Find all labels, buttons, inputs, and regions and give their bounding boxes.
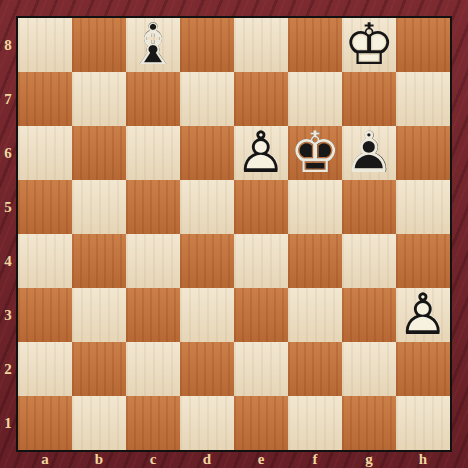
file-label-g: g: [342, 450, 396, 468]
square-f8[interactable]: [288, 18, 342, 72]
square-d5[interactable]: [180, 180, 234, 234]
square-b6[interactable]: [72, 126, 126, 180]
square-g2[interactable]: [342, 342, 396, 396]
square-h2[interactable]: [396, 342, 450, 396]
file-label-c: c: [126, 450, 180, 468]
square-c3[interactable]: [126, 288, 180, 342]
square-a7[interactable]: [18, 72, 72, 126]
square-c4[interactable]: [126, 234, 180, 288]
square-g8[interactable]: ♚♔: [342, 18, 396, 72]
square-h4[interactable]: [396, 234, 450, 288]
square-a6[interactable]: [18, 126, 72, 180]
square-f7[interactable]: [288, 72, 342, 126]
square-a2[interactable]: [18, 342, 72, 396]
rank-label-6: 6: [0, 126, 16, 180]
square-f3[interactable]: [288, 288, 342, 342]
file-label-h: h: [396, 450, 450, 468]
square-e5[interactable]: [234, 180, 288, 234]
chess-board-frame: ♝♗♚♔♟♙♚♔♟♙♟♙ 87654321 abcdefgh: [0, 0, 468, 468]
rank-label-3: 3: [0, 288, 16, 342]
square-a8[interactable]: [18, 18, 72, 72]
square-h7[interactable]: [396, 72, 450, 126]
square-d2[interactable]: [180, 342, 234, 396]
square-a3[interactable]: [18, 288, 72, 342]
white-pawn-h3[interactable]: ♙: [396, 287, 450, 341]
rank-label-8: 8: [0, 18, 16, 72]
square-c5[interactable]: [126, 180, 180, 234]
white-pawn-fill: ♟: [396, 287, 450, 341]
square-h5[interactable]: [396, 180, 450, 234]
square-b3[interactable]: [72, 288, 126, 342]
square-f4[interactable]: [288, 234, 342, 288]
rank-label-7: 7: [0, 72, 16, 126]
square-g6[interactable]: ♟♙: [342, 126, 396, 180]
square-b4[interactable]: [72, 234, 126, 288]
square-d1[interactable]: [180, 396, 234, 450]
square-c8[interactable]: ♝♗: [126, 18, 180, 72]
black-king-f6[interactable]: ♔: [288, 125, 342, 179]
square-b2[interactable]: [72, 342, 126, 396]
file-label-f: f: [288, 450, 342, 468]
file-label-b: b: [72, 450, 126, 468]
square-c6[interactable]: [126, 126, 180, 180]
square-d3[interactable]: [180, 288, 234, 342]
square-e3[interactable]: [234, 288, 288, 342]
square-c1[interactable]: [126, 396, 180, 450]
black-pawn-fill: ♟: [342, 125, 396, 179]
file-label-e: e: [234, 450, 288, 468]
square-g5[interactable]: [342, 180, 396, 234]
square-b1[interactable]: [72, 396, 126, 450]
rank-label-4: 4: [0, 234, 16, 288]
square-b8[interactable]: [72, 18, 126, 72]
black-pawn-g6[interactable]: ♙: [342, 125, 396, 179]
square-g1[interactable]: [342, 396, 396, 450]
file-label-a: a: [18, 450, 72, 468]
square-g3[interactable]: [342, 288, 396, 342]
square-h1[interactable]: [396, 396, 450, 450]
square-a1[interactable]: [18, 396, 72, 450]
square-d6[interactable]: [180, 126, 234, 180]
square-f5[interactable]: [288, 180, 342, 234]
square-h8[interactable]: [396, 18, 450, 72]
square-d7[interactable]: [180, 72, 234, 126]
white-pawn-e6[interactable]: ♙: [234, 125, 288, 179]
square-h3[interactable]: ♟♙: [396, 288, 450, 342]
square-h6[interactable]: [396, 126, 450, 180]
square-e4[interactable]: [234, 234, 288, 288]
square-e6[interactable]: ♟♙: [234, 126, 288, 180]
square-e8[interactable]: [234, 18, 288, 72]
square-g7[interactable]: [342, 72, 396, 126]
square-c2[interactable]: [126, 342, 180, 396]
square-f1[interactable]: [288, 396, 342, 450]
square-g4[interactable]: [342, 234, 396, 288]
square-a4[interactable]: [18, 234, 72, 288]
square-d4[interactable]: [180, 234, 234, 288]
square-f6[interactable]: ♚♔: [288, 126, 342, 180]
white-pawn-fill: ♟: [234, 125, 288, 179]
square-e1[interactable]: [234, 396, 288, 450]
square-e7[interactable]: [234, 72, 288, 126]
file-label-d: d: [180, 450, 234, 468]
black-bishop-c8[interactable]: ♗: [126, 17, 180, 71]
square-c7[interactable]: [126, 72, 180, 126]
white-king-g8[interactable]: ♔: [342, 17, 396, 71]
square-d8[interactable]: [180, 18, 234, 72]
square-b5[interactable]: [72, 180, 126, 234]
white-king-fill: ♚: [342, 17, 396, 71]
square-e2[interactable]: [234, 342, 288, 396]
rank-label-2: 2: [0, 342, 16, 396]
rank-label-1: 1: [0, 396, 16, 450]
rank-label-5: 5: [0, 180, 16, 234]
square-b7[interactable]: [72, 72, 126, 126]
black-bishop-fill: ♝: [126, 17, 180, 71]
black-king-fill: ♚: [288, 125, 342, 179]
chess-board: ♝♗♚♔♟♙♚♔♟♙♟♙: [16, 16, 452, 452]
square-a5[interactable]: [18, 180, 72, 234]
square-f2[interactable]: [288, 342, 342, 396]
